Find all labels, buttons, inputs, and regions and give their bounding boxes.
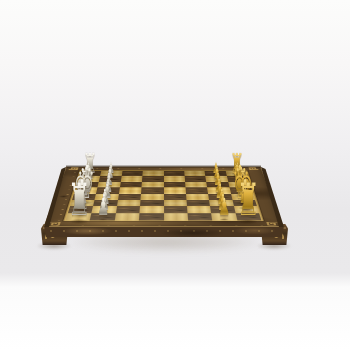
square-g7[interactable] <box>210 206 235 213</box>
chess-board <box>44 167 284 227</box>
square-g8[interactable] <box>234 206 260 213</box>
square-h8[interactable] <box>235 213 261 220</box>
greek-key-icon <box>247 167 260 170</box>
board-grid <box>66 171 262 221</box>
square-h1[interactable] <box>66 213 92 220</box>
square-g4[interactable] <box>140 206 164 213</box>
greek-key-icon <box>46 221 62 225</box>
square-g6[interactable] <box>187 206 211 213</box>
product-photo-stage: ♜♞♝♛♚♝♞♜♟♟♟♟♟♟♟♟♟♟♟♟♟♟♟♟♜♞♝♛♚♝♞♜ <box>0 0 350 350</box>
square-h2[interactable] <box>90 213 116 220</box>
square-h6[interactable] <box>187 213 212 220</box>
chessboard-scene <box>0 0 350 350</box>
board-front-face <box>44 226 284 237</box>
square-g3[interactable] <box>116 206 140 213</box>
square-g1[interactable] <box>68 206 94 213</box>
square-h7[interactable] <box>211 213 237 220</box>
greek-key-icon <box>265 221 281 225</box>
square-h5[interactable] <box>164 213 188 220</box>
square-h4[interactable] <box>139 213 163 220</box>
greek-key-icon <box>67 167 80 170</box>
square-g2[interactable] <box>92 206 117 213</box>
square-h3[interactable] <box>115 213 140 220</box>
square-g5[interactable] <box>164 206 188 213</box>
